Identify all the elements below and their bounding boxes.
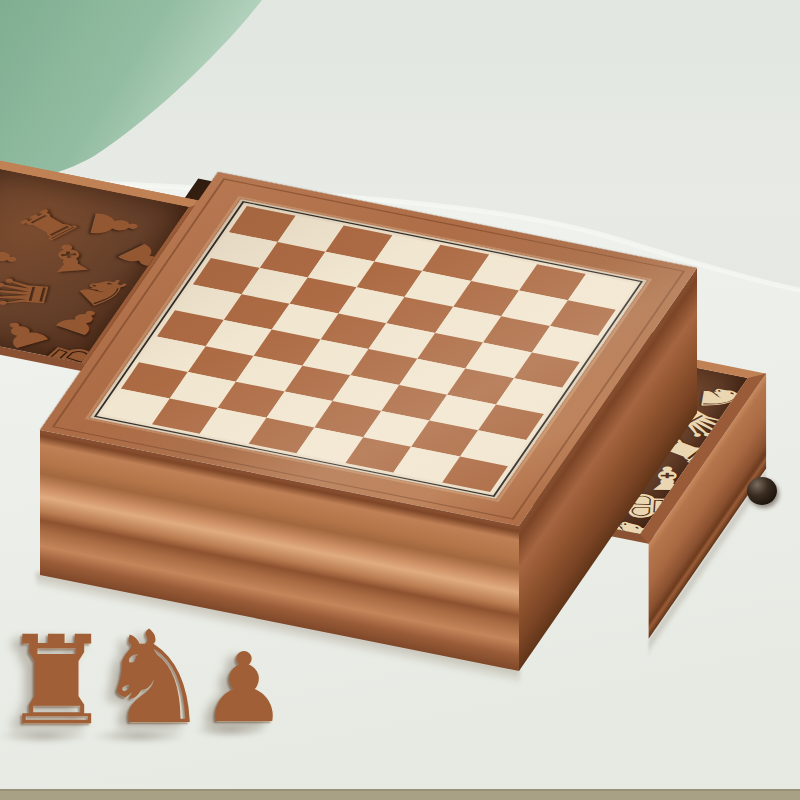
product-photo-stage: ♟♜♟♝♟♞♛♟♜♟♚♝ ♞♟♛♟♜♟♝♟♚♟♞♟ ♜♞♟ xyxy=(0,0,800,800)
left-tray-piece-7: ♛ xyxy=(0,273,62,314)
left-tray-piece-5: ♟ xyxy=(0,236,33,274)
piece-pawn: ♟ xyxy=(201,640,287,736)
left-tray-piece-1: ♟ xyxy=(80,208,149,242)
left-tray-piece-10: ♟ xyxy=(0,313,60,355)
table-front-band-edge xyxy=(0,789,800,791)
right-drawer-knob xyxy=(747,477,777,505)
left-tray-piece-4: ♝ xyxy=(35,239,104,279)
board-field xyxy=(90,199,647,499)
piece-knight: ♞ xyxy=(96,614,211,742)
left-tray-piece-2: ♜ xyxy=(7,202,92,248)
